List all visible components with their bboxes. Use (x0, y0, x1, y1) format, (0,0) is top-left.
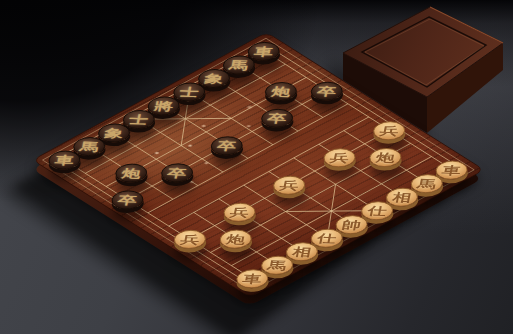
piece-red-soldier[interactable]: 兵 (267, 172, 312, 198)
piece-black-soldier[interactable]: 卒 (154, 159, 199, 185)
piece-black-cannon[interactable]: 炮 (108, 160, 153, 186)
piece-red-cannon[interactable]: 炮 (213, 226, 258, 252)
black-piece-character: 馬 (72, 137, 105, 155)
black-piece-character: 炮 (114, 164, 147, 182)
black-piece-character: 卒 (160, 163, 193, 181)
black-piece-character: 象 (97, 124, 130, 142)
piece-black-soldier[interactable]: 卒 (254, 105, 299, 131)
red-piece-character: 兵 (223, 203, 256, 221)
black-piece-character: 士 (122, 110, 155, 128)
black-piece-character: 卒 (110, 191, 143, 209)
piece-red-cannon[interactable]: 炮 (363, 144, 408, 170)
red-piece-character: 兵 (273, 176, 306, 194)
black-piece-character: 卒 (210, 136, 243, 154)
black-piece-character: 車 (247, 42, 280, 60)
black-piece-character: 卒 (310, 82, 343, 100)
piece-red-soldier[interactable]: 兵 (317, 144, 362, 170)
piece-red-soldier[interactable]: 兵 (217, 199, 262, 225)
piece-black-soldier[interactable]: 卒 (204, 132, 249, 158)
red-piece-character: 兵 (372, 121, 405, 139)
black-piece-character: 卒 (260, 109, 293, 127)
red-piece-character: 兵 (323, 148, 356, 166)
black-piece-character: 車 (47, 151, 80, 169)
red-piece-character: 兵 (173, 230, 206, 248)
photo-scene: 車馬象士將士象馬車炮炮卒卒卒卒卒兵兵兵兵兵炮炮車馬相仕帥仕相馬車 (0, 0, 513, 334)
black-piece-character: 將 (147, 97, 180, 115)
black-piece-character: 士 (172, 83, 205, 101)
black-piece-character: 馬 (222, 56, 255, 74)
black-piece-character: 炮 (264, 82, 297, 100)
red-piece-character: 炮 (219, 230, 252, 248)
red-piece-character: 炮 (369, 148, 402, 166)
black-piece-character: 象 (197, 69, 230, 87)
piece-black-cannon[interactable]: 炮 (258, 78, 303, 104)
